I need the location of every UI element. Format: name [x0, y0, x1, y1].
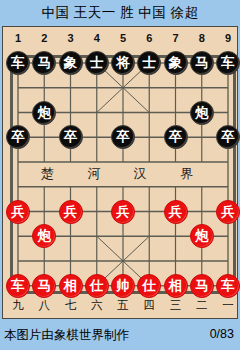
piece-red-车[interactable]: 车	[6, 274, 30, 298]
piece-red-兵[interactable]: 兵	[6, 200, 30, 224]
file-label-bottom-七: 七	[63, 298, 79, 313]
file-label-bottom-三: 三	[168, 298, 184, 313]
piece-black-车[interactable]: 车	[6, 51, 30, 75]
piece-black-士[interactable]: 士	[85, 51, 109, 75]
footer-bar: 本图片由象棋世界制作 0/83	[0, 320, 240, 350]
piece-red-马[interactable]: 马	[190, 274, 214, 298]
file-label-top-6: 6	[141, 32, 157, 44]
piece-red-相[interactable]: 相	[59, 274, 83, 298]
piece-black-将[interactable]: 将	[111, 51, 135, 75]
xiangqi-viewer: 中国 王天一 胜 中国 徐超 123456789九八七六五四三二一楚河汉界车马象…	[0, 0, 240, 350]
piece-red-兵[interactable]: 兵	[111, 200, 135, 224]
piece-black-象[interactable]: 象	[164, 51, 188, 75]
credit-text: 本图片由象棋世界制作	[4, 327, 129, 344]
piece-black-象[interactable]: 象	[59, 51, 83, 75]
piece-black-炮[interactable]: 炮	[190, 101, 214, 125]
river-text-汉: 汉	[131, 165, 149, 183]
piece-red-仕[interactable]: 仕	[137, 274, 161, 298]
file-label-bottom-九: 九	[10, 298, 26, 313]
file-label-top-8: 8	[194, 32, 210, 44]
file-label-top-7: 7	[168, 32, 184, 44]
piece-black-卒[interactable]: 卒	[164, 125, 188, 149]
file-label-bottom-八: 八	[36, 298, 52, 313]
river-text-界: 界	[178, 165, 196, 183]
file-label-top-1: 1	[10, 32, 26, 44]
river-text-河: 河	[85, 165, 103, 183]
piece-red-车[interactable]: 车	[216, 274, 240, 298]
file-label-bottom-一: 一	[220, 298, 236, 313]
piece-red-炮[interactable]: 炮	[190, 224, 214, 248]
file-label-bottom-四: 四	[141, 298, 157, 313]
file-label-top-3: 3	[63, 32, 79, 44]
file-label-top-9: 9	[220, 32, 236, 44]
match-header: 中国 王天一 胜 中国 徐超	[0, 0, 240, 26]
piece-red-兵[interactable]: 兵	[216, 200, 240, 224]
xiangqi-board[interactable]: 123456789九八七六五四三二一楚河汉界车马象士将士象马车炮炮卒卒卒卒卒兵兵…	[2, 26, 238, 319]
match-title: 中国 王天一 胜 中国 徐超	[41, 4, 198, 22]
piece-red-相[interactable]: 相	[164, 274, 188, 298]
piece-red-帅[interactable]: 帅	[111, 274, 135, 298]
piece-black-车[interactable]: 车	[216, 51, 240, 75]
river-text-楚: 楚	[38, 165, 56, 183]
piece-black-炮[interactable]: 炮	[32, 101, 56, 125]
piece-black-卒[interactable]: 卒	[59, 125, 83, 149]
piece-black-马[interactable]: 马	[190, 51, 214, 75]
piece-red-马[interactable]: 马	[32, 274, 56, 298]
move-counter: 0/83	[210, 327, 234, 341]
piece-red-仕[interactable]: 仕	[85, 274, 109, 298]
file-label-bottom-六: 六	[89, 298, 105, 313]
file-label-top-5: 5	[115, 32, 131, 44]
file-label-bottom-二: 二	[194, 298, 210, 313]
file-label-top-2: 2	[36, 32, 52, 44]
file-label-top-4: 4	[89, 32, 105, 44]
piece-red-兵[interactable]: 兵	[164, 200, 188, 224]
piece-red-兵[interactable]: 兵	[59, 200, 83, 224]
file-label-bottom-五: 五	[115, 298, 131, 313]
